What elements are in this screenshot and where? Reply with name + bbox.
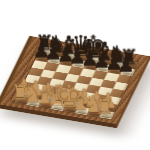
chess-board: ♜♞♝♛♚♝♞♜♟♟♟♟♟♟♟♟♟♟♟♟♟♟♟♟♜♞♝♛♚♝♞♜: [14, 46, 139, 119]
square-h1[interactable]: ♜: [99, 110, 115, 119]
board-frame: ♜♞♝♛♚♝♞♜♟♟♟♟♟♟♟♟♟♟♟♟♟♟♟♟♜♞♝♛♚♝♞♜: [0, 36, 150, 128]
piece-black-pawn[interactable]: ♟: [117, 55, 135, 75]
piece-white-rook[interactable]: ♜: [95, 96, 114, 118]
chessboard-photo: ♜♞♝♛♚♝♞♜♟♟♟♟♟♟♟♟♟♟♟♟♟♟♟♟♜♞♝♛♚♝♞♜: [0, 0, 150, 150]
piece-stack: ♜: [99, 110, 115, 119]
square-h6[interactable]: [116, 74, 132, 83]
